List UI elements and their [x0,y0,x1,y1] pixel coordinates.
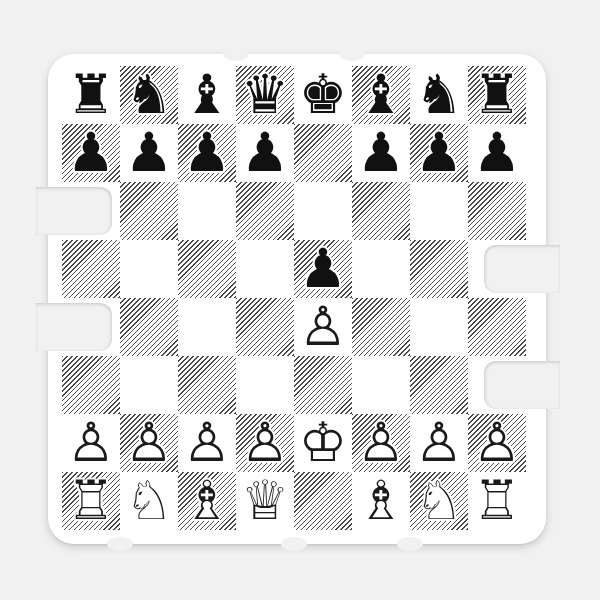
square-c7: ♟ [178,124,236,182]
square-e7 [294,124,352,182]
square-d3 [236,356,294,414]
square-g5 [410,240,468,298]
square-f3 [352,356,410,414]
piece-white-bishop: ♝♗ [183,474,231,528]
piece-black-pawn: ♟ [241,126,289,180]
piece-black-pawn: ♟ [357,126,405,180]
square-e5: ♟ [294,240,352,298]
square-e1 [294,472,352,530]
square-a3 [62,356,120,414]
piece-white-pawn: ♟♙ [183,416,231,470]
edge-dip [281,537,307,551]
square-e2: ♚♔ [294,414,352,472]
square-c6 [178,182,236,240]
square-c4 [178,298,236,356]
square-d2: ♟♙ [236,414,294,472]
square-b7: ♟ [120,124,178,182]
square-g2: ♟♙ [410,414,468,472]
square-a5 [62,240,120,298]
piece-white-king: ♚♔ [299,416,347,470]
square-b5 [120,240,178,298]
square-e8: ♚ [294,66,352,124]
square-f6 [352,182,410,240]
piece-black-king: ♚ [299,68,347,122]
piece-outline: ♘ [125,474,173,528]
square-b4 [120,298,178,356]
square-a8: ♜ [62,66,120,124]
square-d1: ♛♕ [236,472,294,530]
edge-dip [397,537,423,551]
piece-outline: ♙ [357,416,405,470]
piece-black-rook: ♜ [473,68,521,122]
piece-black-pawn: ♟ [299,242,347,296]
square-g4 [410,298,468,356]
square-b3 [120,356,178,414]
piece-outline: ♙ [125,416,173,470]
piece-black-pawn: ♟ [415,126,463,180]
piece-black-knight: ♞ [125,68,173,122]
square-e3 [294,356,352,414]
square-d6 [236,182,294,240]
square-c8: ♝ [178,66,236,124]
square-e4: ♟♙ [294,298,352,356]
piece-white-pawn: ♟♙ [241,416,289,470]
die-cut-notch-a4 [36,303,112,351]
die-cut-notch-h3 [484,361,560,409]
square-b2: ♟♙ [120,414,178,472]
square-h4 [468,298,526,356]
square-g3 [410,356,468,414]
square-f7: ♟ [352,124,410,182]
square-f8: ♝ [352,66,410,124]
square-a1: ♜♖ [62,472,120,530]
piece-outline: ♙ [299,300,347,354]
piece-black-pawn: ♟ [67,126,115,180]
piece-outline: ♖ [473,474,521,528]
piece-black-queen: ♛ [241,68,289,122]
piece-outline: ♔ [299,416,347,470]
piece-white-pawn: ♟♙ [125,416,173,470]
square-b8: ♞ [120,66,178,124]
piece-white-pawn: ♟♙ [299,300,347,354]
piece-white-queen: ♛♕ [241,474,289,528]
piece-outline: ♗ [183,474,231,528]
square-h7: ♟ [468,124,526,182]
square-e6 [294,182,352,240]
square-c1: ♝♗ [178,472,236,530]
square-b6 [120,182,178,240]
piece-black-pawn: ♟ [183,126,231,180]
square-h8: ♜ [468,66,526,124]
square-g8: ♞ [410,66,468,124]
piece-white-pawn: ♟♙ [67,416,115,470]
piece-white-pawn: ♟♙ [357,416,405,470]
piece-outline: ♕ [241,474,289,528]
square-d7: ♟ [236,124,294,182]
square-a2: ♟♙ [62,414,120,472]
square-f1: ♝♗ [352,472,410,530]
edge-dip [107,537,133,551]
piece-outline: ♙ [241,416,289,470]
piece-white-pawn: ♟♙ [473,416,521,470]
piece-black-rook: ♜ [67,68,115,122]
square-d5 [236,240,294,298]
die-cut-notch-a6 [36,187,112,235]
square-h6 [468,182,526,240]
piece-black-pawn: ♟ [473,126,521,180]
square-a7: ♟ [62,124,120,182]
piece-black-bishop: ♝ [183,68,231,122]
piece-black-bishop: ♝ [357,68,405,122]
square-g1: ♞♘ [410,472,468,530]
piece-black-knight: ♞ [415,68,463,122]
piece-outline: ♖ [67,474,115,528]
die-cut-notch-h5 [484,245,560,293]
piece-outline: ♘ [415,474,463,528]
square-c2: ♟♙ [178,414,236,472]
square-h2: ♟♙ [468,414,526,472]
square-f5 [352,240,410,298]
square-f4 [352,298,410,356]
piece-white-pawn: ♟♙ [415,416,463,470]
piece-white-rook: ♜♖ [67,474,115,528]
piece-black-pawn: ♟ [125,126,173,180]
square-d8: ♛ [236,66,294,124]
piece-white-knight: ♞♘ [415,474,463,528]
piece-white-knight: ♞♘ [125,474,173,528]
square-g6 [410,182,468,240]
square-f2: ♟♙ [352,414,410,472]
square-c5 [178,240,236,298]
square-c3 [178,356,236,414]
square-b1: ♞♘ [120,472,178,530]
square-d4 [236,298,294,356]
square-g7: ♟ [410,124,468,182]
piece-outline: ♙ [415,416,463,470]
edge-dip [223,47,249,61]
piece-white-rook: ♜♖ [473,474,521,528]
piece-outline: ♙ [183,416,231,470]
piece-white-bishop: ♝♗ [357,474,405,528]
piece-outline: ♗ [357,474,405,528]
piece-outline: ♙ [67,416,115,470]
edge-dip [339,47,365,61]
piece-outline: ♙ [473,416,521,470]
square-h1: ♜♖ [468,472,526,530]
chess-board: ♜♞♝♛♚♝♞♜♟♟♟♟♟♟♟♟♟♙♟♙♟♙♟♙♟♙♚♔♟♙♟♙♟♙♜♖♞♘♝♗… [62,66,526,530]
